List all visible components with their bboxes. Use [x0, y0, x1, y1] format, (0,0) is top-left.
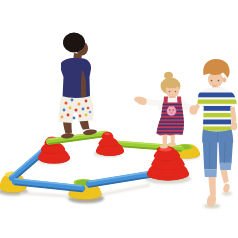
jeans-right-cuff [220, 163, 232, 171]
girl-pig-snout [170, 112, 174, 115]
print-dot [89, 111, 92, 114]
boy-right-back-foot [222, 183, 231, 194]
shadow-bottom-right-beam [95, 185, 150, 196]
girl-eye-right [175, 91, 177, 93]
boy-left-hand [81, 91, 87, 97]
tee-stripe-lime [195, 100, 238, 104]
print-dot [75, 109, 78, 112]
boy-right-front-lower-leg [209, 177, 216, 196]
dome-top-center-cap-hi [104, 133, 110, 135]
print-dot [85, 100, 88, 103]
girl-topknot [164, 72, 173, 80]
boy-right-eye-left [211, 80, 213, 82]
print-dot [71, 99, 74, 102]
print-dot [78, 103, 81, 106]
print-dot [87, 107, 90, 110]
child-boy-right [189, 59, 238, 207]
tee-stripe-navy [195, 93, 238, 98]
print-dot [85, 114, 88, 117]
boy-left-back-leg [63, 122, 72, 134]
print-dot [82, 108, 85, 111]
boy-right-eye-right [218, 80, 220, 82]
girl-pig-eye [173, 109, 174, 110]
girl-strap-right [177, 97, 182, 104]
boy-right-side-arm [231, 107, 237, 123]
boy-left-hair [63, 33, 85, 53]
jeans-left-cuff [204, 170, 217, 178]
clasped-hands [189, 105, 197, 115]
child-girl-center [134, 72, 190, 149]
girl-pig-eye [169, 109, 170, 110]
girl-eye-left [169, 91, 171, 93]
girl-extended-sleeve [146, 99, 162, 107]
girl-extended-hand [134, 96, 146, 105]
shadow-boy-right-back-foot [222, 192, 232, 196]
girl-right-foot [168, 143, 176, 147]
print-dot [69, 107, 72, 110]
child-boy-left [59, 33, 98, 140]
girl-strap-left [164, 97, 169, 104]
boy-right-back-lower-leg [221, 169, 229, 184]
print-dot [73, 117, 76, 120]
boy-right-ear [223, 78, 227, 83]
print-dot [65, 102, 68, 105]
beam-upper-left [49, 132, 106, 144]
print-dot [79, 115, 82, 118]
boy-right-side-hand [231, 122, 237, 131]
print-dot [63, 109, 66, 112]
jeans-right-leg [219, 141, 234, 164]
print-dot [61, 116, 64, 119]
girl-pig-applique [167, 106, 176, 115]
girl-left-leg [163, 135, 168, 146]
boy-right-jeans [202, 130, 233, 178]
product-photo [0, 0, 238, 238]
girl-left-foot [160, 145, 168, 149]
boy-left-tshirt [61, 58, 91, 99]
balance-course-scene [0, 0, 238, 238]
print-dot [67, 114, 70, 117]
